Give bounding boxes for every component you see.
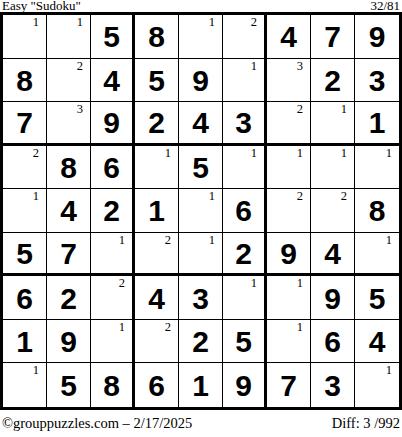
cell-r7c9[interactable]: 5 (355, 276, 399, 320)
cell-r6c3[interactable]: 1 (91, 233, 135, 277)
cell-r9c4[interactable]: 6 (135, 363, 179, 407)
cell-digit: 1 (192, 369, 209, 401)
difficulty-label: Diff: 3 /992 (332, 415, 400, 431)
cell-digit: 5 (369, 282, 386, 314)
cell-digit: 4 (192, 106, 209, 138)
cell-digit: 9 (280, 237, 297, 269)
cell-r1c8[interactable]: 7 (311, 15, 355, 59)
cell-digit: 7 (60, 237, 77, 269)
cell-r3c8[interactable]: 1 (311, 102, 355, 146)
candidate-count-mark: 1 (251, 60, 257, 72)
cell-r6c1[interactable]: 5 (3, 233, 47, 277)
cell-digit: 4 (60, 194, 77, 226)
cell-digit: 5 (103, 20, 120, 52)
cell-r6c2[interactable]: 7 (47, 233, 91, 277)
cell-r8c9[interactable]: 4 (355, 320, 399, 364)
cell-r7c6[interactable]: 1 (223, 276, 267, 320)
cell-r7c2[interactable]: 2 (47, 276, 91, 320)
cell-r2c3[interactable]: 4 (91, 59, 135, 103)
cell-digit: 4 (103, 64, 120, 96)
candidate-count-mark: 1 (209, 234, 215, 246)
cell-digit: 6 (16, 282, 33, 314)
cell-r7c1[interactable]: 6 (3, 276, 47, 320)
cell-r1c7[interactable]: 4 (267, 15, 311, 59)
cell-r4c2[interactable]: 8 (47, 146, 91, 190)
cell-r1c3[interactable]: 5 (91, 15, 135, 59)
cell-digit: 9 (324, 282, 341, 314)
cell-r2c8[interactable]: 2 (311, 59, 355, 103)
cell-digit: 7 (16, 106, 33, 138)
candidate-count-mark: 1 (341, 103, 347, 115)
cell-r4c8[interactable]: 1 (311, 146, 355, 190)
cell-digit: 2 (148, 106, 165, 138)
sudoku-page: Easy "Sudoku" 32/81 11581247982459132373… (0, 0, 402, 437)
cell-r8c2[interactable]: 9 (47, 320, 91, 364)
candidate-count-mark: 3 (297, 60, 303, 72)
cell-r8c1[interactable]: 1 (3, 320, 47, 364)
cell-r4c1[interactable]: 2 (3, 146, 47, 190)
cell-r5c7[interactable]: 2 (267, 189, 311, 233)
cell-r4c7[interactable]: 1 (267, 146, 311, 190)
cell-r2c1[interactable]: 8 (3, 59, 47, 103)
cell-r2c7[interactable]: 3 (267, 59, 311, 103)
cell-r4c9[interactable]: 1 (355, 146, 399, 190)
cell-digit: 6 (235, 194, 252, 226)
cell-r4c4[interactable]: 1 (135, 146, 179, 190)
progress-counter: 32/81 (370, 0, 400, 12)
candidate-count-mark: 1 (297, 147, 303, 159)
cell-r3c2[interactable]: 3 (47, 102, 91, 146)
cell-digit: 4 (280, 20, 297, 52)
cell-r3c7[interactable]: 2 (267, 102, 311, 146)
candidate-count-mark: 2 (165, 321, 171, 333)
candidate-count-mark: 1 (251, 277, 257, 289)
cell-digit: 7 (280, 369, 297, 401)
cell-digit: 8 (369, 194, 386, 226)
cell-digit: 5 (235, 325, 252, 357)
footer: ©grouppuzzles.com – 2/17/2025 Diff: 3 /9… (2, 415, 400, 431)
cell-r2c4[interactable]: 5 (135, 59, 179, 103)
cell-r5c6[interactable]: 6 (223, 189, 267, 233)
candidate-count-mark: 1 (209, 190, 215, 202)
cell-digit: 8 (148, 20, 165, 52)
cell-r3c5[interactable]: 4 (179, 102, 223, 146)
candidate-count-mark: 2 (77, 60, 83, 72)
candidate-count-mark: 1 (33, 190, 39, 202)
cell-digit: 7 (324, 20, 341, 52)
cell-r9c7[interactable]: 7 (267, 363, 311, 407)
cell-r9c2[interactable]: 5 (47, 363, 91, 407)
cell-digit: 9 (235, 369, 252, 401)
cell-r5c4[interactable]: 1 (135, 189, 179, 233)
cell-digit: 6 (324, 325, 341, 357)
candidate-count-mark: 1 (119, 321, 125, 333)
cell-r8c7[interactable]: 1 (267, 320, 311, 364)
cell-digit: 2 (103, 194, 120, 226)
cell-digit: 8 (60, 151, 77, 183)
cell-r9c3[interactable]: 8 (91, 363, 135, 407)
cell-r5c8[interactable]: 2 (311, 189, 355, 233)
cell-digit: 4 (369, 325, 386, 357)
cell-r3c1[interactable]: 7 (3, 102, 47, 146)
cell-r4c5[interactable]: 5 (179, 146, 223, 190)
cell-r3c6[interactable]: 3 (223, 102, 267, 146)
cell-digit: 4 (148, 282, 165, 314)
candidate-count-mark: 2 (297, 103, 303, 115)
cell-r8c8[interactable]: 6 (311, 320, 355, 364)
cell-digit: 2 (192, 325, 209, 357)
cell-r1c2[interactable]: 1 (47, 15, 91, 59)
candidate-count-mark: 1 (33, 16, 39, 28)
header: Easy "Sudoku" 32/81 (2, 0, 400, 12)
candidate-count-mark: 1 (386, 234, 392, 246)
candidate-count-mark: 3 (77, 103, 83, 115)
cell-r7c8[interactable]: 9 (311, 276, 355, 320)
cell-digit: 6 (103, 151, 120, 183)
cell-r8c3[interactable]: 1 (91, 320, 135, 364)
page-title: Easy "Sudoku" (2, 0, 81, 12)
cell-r8c5[interactable]: 2 (179, 320, 223, 364)
cell-digit: 9 (103, 106, 120, 138)
cell-digit: 9 (60, 325, 77, 357)
cell-r7c7[interactable]: 1 (267, 276, 311, 320)
candidate-count-mark: 1 (251, 147, 257, 159)
cell-digit: 1 (369, 106, 386, 138)
cell-r2c9[interactable]: 3 (355, 59, 399, 103)
cell-digit: 8 (16, 64, 33, 96)
cell-r9c5[interactable]: 1 (179, 363, 223, 407)
cell-r8c6[interactable]: 5 (223, 320, 267, 364)
candidate-count-mark: 1 (77, 16, 83, 28)
cell-r2c6[interactable]: 1 (223, 59, 267, 103)
cell-digit: 4 (324, 237, 341, 269)
cell-r2c5[interactable]: 9 (179, 59, 223, 103)
cell-digit: 3 (324, 369, 341, 401)
cell-r6c8[interactable]: 4 (311, 233, 355, 277)
candidate-count-mark: 2 (251, 16, 257, 28)
cell-digit: 9 (192, 64, 209, 96)
cell-digit: 3 (235, 106, 252, 138)
cell-r7c4[interactable]: 4 (135, 276, 179, 320)
cell-r6c9[interactable]: 1 (355, 233, 399, 277)
cell-r5c9[interactable]: 8 (355, 189, 399, 233)
cell-digit: 3 (192, 282, 209, 314)
cell-r5c3[interactable]: 2 (91, 189, 135, 233)
sudoku-grid: 1158124798245913237392432112861511111421… (0, 12, 402, 410)
cell-r5c1[interactable]: 1 (3, 189, 47, 233)
cell-digit: 2 (235, 237, 252, 269)
candidate-count-mark: 1 (165, 147, 171, 159)
cell-digit: 8 (103, 369, 120, 401)
cell-r6c6[interactable]: 2 (223, 233, 267, 277)
candidate-count-mark: 2 (341, 190, 347, 202)
cell-digit: 5 (192, 151, 209, 183)
cell-r8c4[interactable]: 2 (135, 320, 179, 364)
cell-digit: 2 (60, 282, 77, 314)
cell-r5c5[interactable]: 1 (179, 189, 223, 233)
candidate-count-mark: 1 (386, 364, 392, 376)
cell-r6c7[interactable]: 9 (267, 233, 311, 277)
cell-r4c6[interactable]: 1 (223, 146, 267, 190)
candidate-count-mark: 2 (119, 277, 125, 289)
cell-r1c4[interactable]: 8 (135, 15, 179, 59)
candidate-count-mark: 1 (33, 364, 39, 376)
candidate-count-mark: 1 (119, 234, 125, 246)
cell-r7c3[interactable]: 2 (91, 276, 135, 320)
cell-digit: 5 (148, 64, 165, 96)
cell-r5c2[interactable]: 4 (47, 189, 91, 233)
cell-r9c6[interactable]: 9 (223, 363, 267, 407)
cell-digit: 1 (16, 325, 33, 357)
candidate-count-mark: 1 (297, 321, 303, 333)
cell-r7c5[interactable]: 3 (179, 276, 223, 320)
candidate-count-mark: 1 (386, 147, 392, 159)
copyright-credit: ©grouppuzzles.com – 2/17/2025 (2, 415, 192, 431)
cell-r9c1[interactable]: 1 (3, 363, 47, 407)
cell-digit: 2 (324, 64, 341, 96)
candidate-count-mark: 1 (297, 277, 303, 289)
cell-digit: 1 (148, 194, 165, 226)
cell-digit: 9 (369, 20, 386, 52)
cell-r1c6[interactable]: 2 (223, 15, 267, 59)
cell-r3c3[interactable]: 9 (91, 102, 135, 146)
candidate-count-mark: 1 (341, 147, 347, 159)
cell-r6c4[interactable]: 2 (135, 233, 179, 277)
cell-digit: 6 (148, 369, 165, 401)
cell-digit: 5 (16, 237, 33, 269)
cell-r1c1[interactable]: 1 (3, 15, 47, 59)
cell-r3c9[interactable]: 1 (355, 102, 399, 146)
cell-r1c5[interactable]: 1 (179, 15, 223, 59)
candidate-count-mark: 2 (33, 147, 39, 159)
cell-digit: 5 (60, 369, 77, 401)
cell-r3c4[interactable]: 2 (135, 102, 179, 146)
cell-r6c5[interactable]: 1 (179, 233, 223, 277)
cell-r9c8[interactable]: 3 (311, 363, 355, 407)
cell-r9c9[interactable]: 1 (355, 363, 399, 407)
cell-r2c2[interactable]: 2 (47, 59, 91, 103)
candidate-count-mark: 2 (297, 190, 303, 202)
cell-digit: 3 (369, 64, 386, 96)
cell-r1c9[interactable]: 9 (355, 15, 399, 59)
cell-r4c3[interactable]: 6 (91, 146, 135, 190)
candidate-count-mark: 1 (209, 16, 215, 28)
candidate-count-mark: 2 (165, 234, 171, 246)
